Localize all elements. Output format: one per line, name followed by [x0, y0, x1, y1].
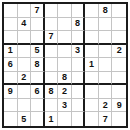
cell-r6c4-empty[interactable] [45, 72, 59, 86]
cell-r6c5-given: 8 [58, 72, 72, 86]
cell-r4c2-empty[interactable] [18, 45, 32, 59]
cell-r4c7-empty[interactable] [85, 45, 99, 59]
cell-r1c4-empty[interactable] [45, 4, 59, 18]
cell-r7c5-given: 2 [58, 85, 72, 99]
cell-r2c9-empty[interactable] [112, 18, 126, 32]
cell-r5c5-empty[interactable] [58, 58, 72, 72]
cell-r1c6-empty[interactable] [72, 4, 86, 18]
cell-r2c1-empty[interactable] [4, 18, 18, 32]
cell-r5c9-empty[interactable] [112, 58, 126, 72]
cell-r3c3-empty[interactable] [31, 31, 45, 45]
cell-r5c7-given: 1 [85, 58, 99, 72]
cell-r2c7-empty[interactable] [85, 18, 99, 32]
cell-r9c4-given: 1 [45, 112, 59, 126]
cell-r5c4-empty[interactable] [45, 58, 59, 72]
cell-r4c5-empty[interactable] [58, 45, 72, 59]
cell-r5c1-given: 6 [4, 58, 18, 72]
cell-r3c2-empty[interactable] [18, 31, 32, 45]
cell-r6c1-empty[interactable] [4, 72, 18, 86]
cell-r2c6-given: 8 [72, 18, 86, 32]
cell-r8c2-empty[interactable] [18, 99, 32, 113]
cell-r3c9-empty[interactable] [112, 31, 126, 45]
cell-r1c5-empty[interactable] [58, 4, 72, 18]
cell-r8c4-empty[interactable] [45, 99, 59, 113]
cell-r5c2-empty[interactable] [18, 58, 32, 72]
cell-r6c9-empty[interactable] [112, 72, 126, 86]
cell-r4c1-given: 1 [4, 45, 18, 59]
cell-r7c3-given: 6 [31, 85, 45, 99]
cell-r3c4-given: 7 [45, 31, 59, 45]
cell-r9c2-given: 5 [18, 112, 32, 126]
cell-r8c6-empty[interactable] [72, 99, 86, 113]
cell-r7c9-empty[interactable] [112, 85, 126, 99]
cell-r9c1-empty[interactable] [4, 112, 18, 126]
cell-r5c6-empty[interactable] [72, 58, 86, 72]
cell-r5c8-empty[interactable] [99, 58, 113, 72]
cell-r2c4-empty[interactable] [45, 18, 59, 32]
cell-r8c9-given: 9 [112, 99, 126, 113]
cell-r5c3-given: 8 [31, 58, 45, 72]
cell-r4c9-given: 2 [112, 45, 126, 59]
cell-r3c7-empty[interactable] [85, 31, 99, 45]
cell-r7c1-given: 9 [4, 85, 18, 99]
cell-r1c2-empty[interactable] [18, 4, 32, 18]
cell-r7c4-given: 8 [45, 85, 59, 99]
cell-r4c8-empty[interactable] [99, 45, 113, 59]
cell-r1c3-given: 7 [31, 4, 45, 18]
cell-r6c7-empty[interactable] [85, 72, 99, 86]
cell-r6c6-empty[interactable] [72, 72, 86, 86]
cell-r2c5-empty[interactable] [58, 18, 72, 32]
cell-r1c1-empty[interactable] [4, 4, 18, 18]
cell-r8c5-given: 3 [58, 99, 72, 113]
cell-r3c1-empty[interactable] [4, 31, 18, 45]
cell-r1c8-given: 8 [99, 4, 113, 18]
cell-r9c7-empty[interactable] [85, 112, 99, 126]
cell-r7c6-empty[interactable] [72, 85, 86, 99]
cell-r2c3-empty[interactable] [31, 18, 45, 32]
cell-r8c1-empty[interactable] [4, 99, 18, 113]
cell-r8c8-given: 2 [99, 99, 113, 113]
cell-r3c8-empty[interactable] [99, 31, 113, 45]
cell-r8c7-empty[interactable] [85, 99, 99, 113]
cell-r4c3-given: 5 [31, 45, 45, 59]
cell-r7c8-empty[interactable] [99, 85, 113, 99]
cell-r1c9-empty[interactable] [112, 4, 126, 18]
cell-r9c3-empty[interactable] [31, 112, 45, 126]
cell-r7c2-empty[interactable] [18, 85, 32, 99]
cell-r6c8-empty[interactable] [99, 72, 113, 86]
cell-r9c5-empty[interactable] [58, 112, 72, 126]
cell-r3c5-empty[interactable] [58, 31, 72, 45]
cell-r4c4-empty[interactable] [45, 45, 59, 59]
cell-r3c6-empty[interactable] [72, 31, 86, 45]
sudoku-board: 784871532681289682329517 [2, 2, 128, 128]
cell-r6c2-given: 2 [18, 72, 32, 86]
cell-r8c3-empty[interactable] [31, 99, 45, 113]
cell-r9c8-given: 7 [99, 112, 113, 126]
cell-r1c7-empty[interactable] [85, 4, 99, 18]
cell-r4c6-given: 3 [72, 45, 86, 59]
cell-r9c6-empty[interactable] [72, 112, 86, 126]
cell-r2c8-empty[interactable] [99, 18, 113, 32]
cell-r6c3-empty[interactable] [31, 72, 45, 86]
cell-r9c9-empty[interactable] [112, 112, 126, 126]
cell-r2c2-given: 4 [18, 18, 32, 32]
cell-r7c7-empty[interactable] [85, 85, 99, 99]
